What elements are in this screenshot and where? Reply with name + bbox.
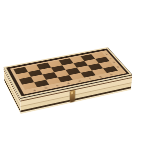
file-label: e — [78, 80, 82, 83]
rank-label: 2 — [109, 57, 113, 59]
chess-box-product-photo[interactable]: abcdefgh 1234 — [0, 0, 150, 150]
file-label: d — [67, 82, 71, 85]
file-label: h — [109, 73, 113, 76]
file-label: c — [56, 84, 59, 87]
file-label: b — [44, 87, 48, 90]
rank-label: 3 — [112, 62, 116, 64]
file-label: g — [99, 75, 103, 78]
folded-chess-box: abcdefgh 1234 — [4, 62, 131, 114]
rank-label: 1 — [105, 53, 109, 55]
file-label: a — [33, 89, 36, 92]
rank-label: 4 — [116, 66, 120, 68]
brass-clasp — [70, 90, 75, 102]
clasp-knob — [71, 91, 74, 94]
file-label: f — [89, 78, 92, 80]
